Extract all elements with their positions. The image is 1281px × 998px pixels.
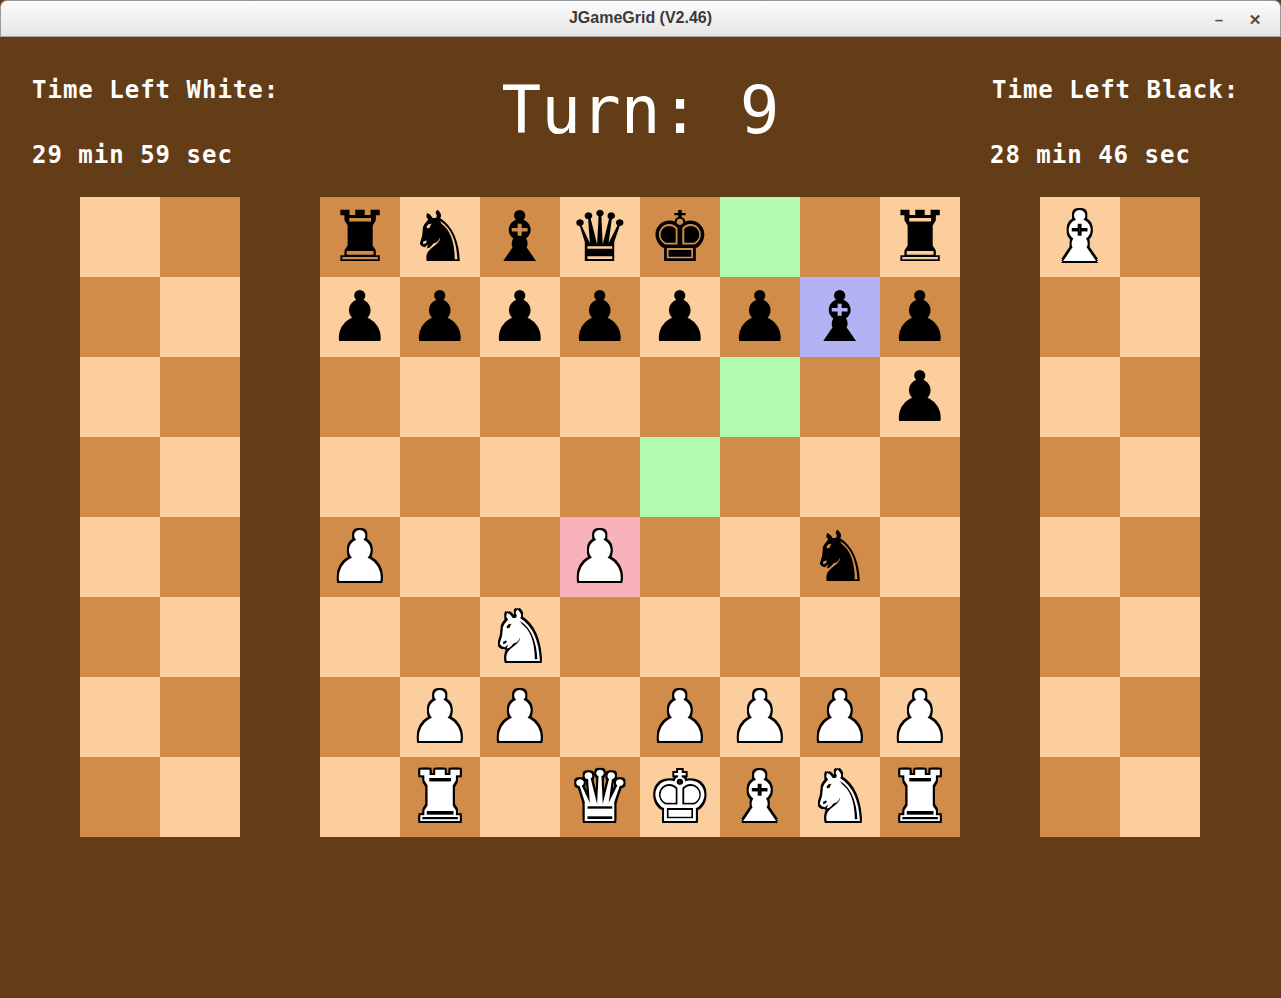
square-f3[interactable] (720, 597, 800, 677)
right-tray-cell-5-1 (1120, 597, 1200, 677)
square-h4[interactable] (880, 517, 960, 597)
black-pawn-a7: ♟ (329, 277, 392, 357)
white-capture-tray (80, 197, 240, 837)
black-queen-d8: ♛ (569, 197, 632, 277)
black-pawn-b7: ♟ (409, 277, 472, 357)
window-title: JGameGrid (V2.46) (1, 9, 1280, 27)
square-e8[interactable]: ♚ (640, 197, 720, 277)
square-e3[interactable] (640, 597, 720, 677)
right-tray-cell-1-0 (1040, 277, 1120, 357)
square-c1[interactable] (480, 757, 560, 837)
black-knight-g4: ♞ (809, 517, 872, 597)
square-d3[interactable] (560, 597, 640, 677)
square-e7[interactable]: ♟ (640, 277, 720, 357)
square-f7[interactable]: ♟ (720, 277, 800, 357)
square-b4[interactable] (400, 517, 480, 597)
square-g4[interactable]: ♞ (800, 517, 880, 597)
black-knight-b8: ♞ (409, 197, 472, 277)
square-f8[interactable] (720, 197, 800, 277)
left-tray-cell-4-1 (160, 517, 240, 597)
square-b6[interactable] (400, 357, 480, 437)
square-e5[interactable] (640, 437, 720, 517)
left-tray-cell-6-1 (160, 677, 240, 757)
left-tray-cell-0-0 (80, 197, 160, 277)
left-tray-cell-2-1 (160, 357, 240, 437)
square-a3[interactable] (320, 597, 400, 677)
square-d7[interactable]: ♟ (560, 277, 640, 357)
square-h7[interactable]: ♟ (880, 277, 960, 357)
white-rook-h1: ♜ (889, 757, 952, 837)
right-tray-cell-6-0 (1040, 677, 1120, 757)
minimize-icon[interactable]: – (1206, 7, 1232, 33)
white-pawn-e2: ♟ (649, 677, 712, 757)
close-icon[interactable]: ✕ (1242, 7, 1268, 33)
white-knight-c3: ♞ (489, 597, 552, 677)
square-f4[interactable] (720, 517, 800, 597)
square-c5[interactable] (480, 437, 560, 517)
square-f5[interactable] (720, 437, 800, 517)
square-b8[interactable]: ♞ (400, 197, 480, 277)
left-tray-cell-1-1 (160, 277, 240, 357)
white-bishop-f1: ♝ (729, 757, 792, 837)
white-king-e1: ♚ (649, 757, 712, 837)
right-tray-cell-2-1 (1120, 357, 1200, 437)
square-g3[interactable] (800, 597, 880, 677)
left-tray-cell-4-0 (80, 517, 160, 597)
black-timer-label: Time Left Black: (992, 76, 1239, 104)
square-g5[interactable] (800, 437, 880, 517)
square-a2[interactable] (320, 677, 400, 757)
white-pawn-f2: ♟ (729, 677, 792, 757)
square-a8[interactable]: ♜ (320, 197, 400, 277)
white-pawn-a4: ♟ (329, 517, 392, 597)
left-tray-cell-0-1 (160, 197, 240, 277)
square-b2[interactable]: ♟ (400, 677, 480, 757)
square-g6[interactable] (800, 357, 880, 437)
left-tray-cell-5-0 (80, 597, 160, 677)
square-d8[interactable]: ♛ (560, 197, 640, 277)
black-pawn-f7: ♟ (729, 277, 792, 357)
window-titlebar: JGameGrid (V2.46) – ✕ (0, 0, 1281, 37)
square-b5[interactable] (400, 437, 480, 517)
square-c3[interactable]: ♞ (480, 597, 560, 677)
black-king-e8: ♚ (649, 197, 712, 277)
black-timer-value: 28 min 46 sec (990, 141, 1191, 169)
black-capture-tray: ♝ (1040, 197, 1200, 837)
square-c8[interactable]: ♝ (480, 197, 560, 277)
white-timer-value: 29 min 59 sec (32, 141, 233, 169)
square-g2[interactable]: ♟ (800, 677, 880, 757)
square-e2[interactable]: ♟ (640, 677, 720, 757)
black-pawn-c7: ♟ (489, 277, 552, 357)
black-bishop-c8: ♝ (489, 197, 552, 277)
left-tray-cell-7-1 (160, 757, 240, 837)
square-d2[interactable] (560, 677, 640, 757)
black-pawn-h6: ♟ (889, 357, 952, 437)
square-d5[interactable] (560, 437, 640, 517)
white-pawn-b2: ♟ (409, 677, 472, 757)
black-pawn-d7: ♟ (569, 277, 632, 357)
right-tray-cell-0-1 (1120, 197, 1200, 277)
square-d4[interactable]: ♟ (560, 517, 640, 597)
square-h5[interactable] (880, 437, 960, 517)
square-f1[interactable]: ♝ (720, 757, 800, 837)
right-tray-cell-1-1 (1120, 277, 1200, 357)
square-d6[interactable] (560, 357, 640, 437)
left-tray-cell-7-0 (80, 757, 160, 837)
white-bishop-right-tray-0-0: ♝ (1049, 197, 1112, 277)
left-tray-cell-5-1 (160, 597, 240, 677)
right-tray-cell-3-1 (1120, 437, 1200, 517)
square-a7[interactable]: ♟ (320, 277, 400, 357)
white-pawn-g2: ♟ (809, 677, 872, 757)
square-e1[interactable]: ♚ (640, 757, 720, 837)
square-e6[interactable] (640, 357, 720, 437)
black-rook-h8: ♜ (889, 197, 952, 277)
square-a1[interactable] (320, 757, 400, 837)
square-g1[interactable]: ♞ (800, 757, 880, 837)
square-b7[interactable]: ♟ (400, 277, 480, 357)
right-tray-cell-7-1 (1120, 757, 1200, 837)
square-f2[interactable]: ♟ (720, 677, 800, 757)
black-pawn-e7: ♟ (649, 277, 712, 357)
square-c2[interactable]: ♟ (480, 677, 560, 757)
white-pawn-d4: ♟ (569, 517, 632, 597)
square-b3[interactable] (400, 597, 480, 677)
square-d1[interactable]: ♛ (560, 757, 640, 837)
square-e4[interactable] (640, 517, 720, 597)
square-f6[interactable] (720, 357, 800, 437)
square-c7[interactable]: ♟ (480, 277, 560, 357)
square-h2[interactable]: ♟ (880, 677, 960, 757)
square-a5[interactable] (320, 437, 400, 517)
black-rook-a8: ♜ (329, 197, 392, 277)
square-h6[interactable]: ♟ (880, 357, 960, 437)
left-tray-cell-1-0 (80, 277, 160, 357)
square-c6[interactable] (480, 357, 560, 437)
right-tray-cell-6-1 (1120, 677, 1200, 757)
right-tray-cell-5-0 (1040, 597, 1120, 677)
square-b1[interactable]: ♜ (400, 757, 480, 837)
right-tray-cell-0-0: ♝ (1040, 197, 1120, 277)
left-tray-cell-3-1 (160, 437, 240, 517)
square-g8[interactable] (800, 197, 880, 277)
white-rook-b1: ♜ (409, 757, 472, 837)
white-queen-d1: ♛ (569, 757, 632, 837)
white-knight-g1: ♞ (809, 757, 872, 837)
right-tray-cell-3-0 (1040, 437, 1120, 517)
left-tray-cell-6-0 (80, 677, 160, 757)
right-tray-cell-2-0 (1040, 357, 1120, 437)
right-tray-cell-4-1 (1120, 517, 1200, 597)
left-tray-cell-3-0 (80, 437, 160, 517)
square-g7[interactable]: ♝ (800, 277, 880, 357)
square-c4[interactable] (480, 517, 560, 597)
black-pawn-h7: ♟ (889, 277, 952, 357)
left-tray-cell-2-0 (80, 357, 160, 437)
square-a6[interactable] (320, 357, 400, 437)
white-pawn-c2: ♟ (489, 677, 552, 757)
square-a4[interactable]: ♟ (320, 517, 400, 597)
black-bishop-g7: ♝ (809, 277, 872, 357)
white-pawn-h2: ♟ (889, 677, 952, 757)
square-h3[interactable] (880, 597, 960, 677)
chess-board: ♜♞♝♛♚♜♟♟♟♟♟♟♝♟♟♟♟♞♞♟♟♟♟♟♟♜♛♚♝♞♜ (320, 197, 960, 837)
right-tray-cell-4-0 (1040, 517, 1120, 597)
square-h8[interactable]: ♜ (880, 197, 960, 277)
right-tray-cell-7-0 (1040, 757, 1120, 837)
square-h1[interactable]: ♜ (880, 757, 960, 837)
